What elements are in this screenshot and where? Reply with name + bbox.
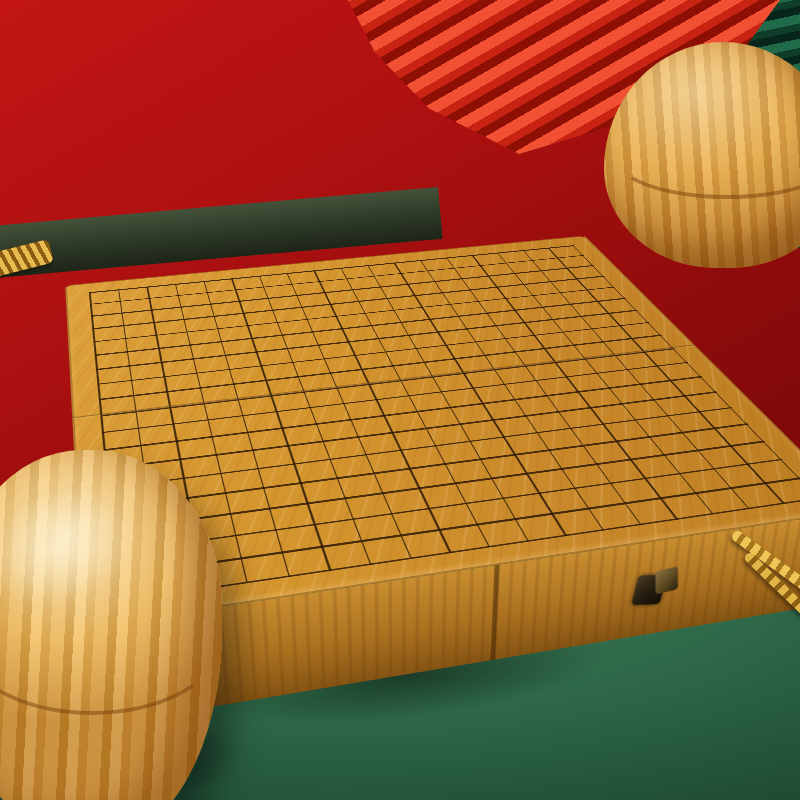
clasp-hook — [655, 566, 678, 594]
bowl-lid-seam — [0, 567, 222, 715]
go-stone-bowl-bottom-left — [0, 450, 222, 800]
bowl-lid-seam — [611, 110, 800, 199]
product-photo-scene — [0, 0, 800, 800]
metal-clasp — [633, 566, 682, 610]
box-front-seam — [490, 565, 499, 661]
